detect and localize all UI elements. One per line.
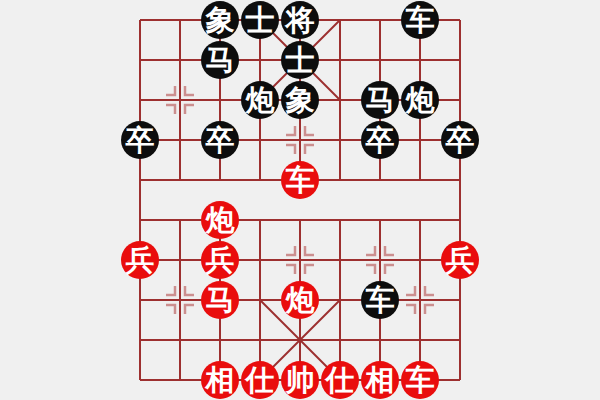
piece-red-soldier[interactable]: 兵 xyxy=(120,240,160,280)
black-horse-glyph: 马 xyxy=(361,81,399,119)
xiangqi-board: 象士将车马士炮象马炮卒卒卒卒车炮兵兵兵马炮车相仕帅仕相车 xyxy=(0,0,600,400)
red-advisor-glyph: 仕 xyxy=(321,361,359,399)
black-elephant-glyph: 象 xyxy=(281,81,319,119)
piece-black-soldier[interactable]: 卒 xyxy=(360,120,400,160)
xiangqi-screenshot: 象士将车马士炮象马炮卒卒卒卒车炮兵兵兵马炮车相仕帅仕相车 xyxy=(0,0,600,400)
black-soldier-glyph: 卒 xyxy=(201,121,239,159)
piece-black-soldier[interactable]: 卒 xyxy=(200,120,240,160)
piece-black-cannon[interactable]: 炮 xyxy=(400,80,440,120)
piece-black-soldier[interactable]: 卒 xyxy=(440,120,480,160)
piece-red-general[interactable]: 帅 xyxy=(280,360,320,400)
red-soldier-glyph: 兵 xyxy=(201,241,239,279)
red-elephant-glyph: 相 xyxy=(201,361,239,399)
black-chariot-glyph: 车 xyxy=(361,281,399,319)
red-chariot-glyph: 车 xyxy=(401,361,439,399)
piece-red-cannon[interactable]: 炮 xyxy=(200,200,240,240)
piece-red-elephant[interactable]: 相 xyxy=(360,360,400,400)
red-general-glyph: 帅 xyxy=(281,361,319,399)
piece-black-soldier[interactable]: 卒 xyxy=(120,120,160,160)
piece-red-advisor[interactable]: 仕 xyxy=(240,360,280,400)
pieces-layer: 象士将车马士炮象马炮卒卒卒卒车炮兵兵兵马炮车相仕帅仕相车 xyxy=(120,0,480,400)
red-chariot-glyph: 车 xyxy=(281,161,319,199)
piece-black-elephant[interactable]: 象 xyxy=(200,0,240,40)
red-cannon-glyph: 炮 xyxy=(281,281,319,319)
black-elephant-glyph: 象 xyxy=(201,1,239,39)
black-soldier-glyph: 卒 xyxy=(441,121,479,159)
black-chariot-glyph: 车 xyxy=(401,1,439,39)
red-soldier-glyph: 兵 xyxy=(441,241,479,279)
black-advisor-glyph: 士 xyxy=(241,1,279,39)
piece-black-general[interactable]: 将 xyxy=(280,0,320,40)
piece-red-advisor[interactable]: 仕 xyxy=(320,360,360,400)
piece-black-advisor[interactable]: 士 xyxy=(280,40,320,80)
black-cannon-glyph: 炮 xyxy=(401,81,439,119)
red-horse-glyph: 马 xyxy=(201,281,239,319)
black-soldier-glyph: 卒 xyxy=(361,121,399,159)
piece-red-chariot[interactable]: 车 xyxy=(280,160,320,200)
black-advisor-glyph: 士 xyxy=(281,41,319,79)
piece-red-soldier[interactable]: 兵 xyxy=(440,240,480,280)
piece-red-cannon[interactable]: 炮 xyxy=(280,280,320,320)
piece-red-elephant[interactable]: 相 xyxy=(200,360,240,400)
piece-red-horse[interactable]: 马 xyxy=(200,280,240,320)
piece-red-soldier[interactable]: 兵 xyxy=(200,240,240,280)
piece-black-horse[interactable]: 马 xyxy=(200,40,240,80)
piece-black-chariot[interactable]: 车 xyxy=(400,0,440,40)
piece-black-chariot[interactable]: 车 xyxy=(360,280,400,320)
red-soldier-glyph: 兵 xyxy=(121,241,159,279)
piece-red-chariot[interactable]: 车 xyxy=(400,360,440,400)
piece-black-advisor[interactable]: 士 xyxy=(240,0,280,40)
red-cannon-glyph: 炮 xyxy=(201,201,239,239)
piece-black-cannon[interactable]: 炮 xyxy=(240,80,280,120)
black-horse-glyph: 马 xyxy=(201,41,239,79)
piece-black-horse[interactable]: 马 xyxy=(360,80,400,120)
black-cannon-glyph: 炮 xyxy=(241,81,279,119)
red-elephant-glyph: 相 xyxy=(361,361,399,399)
black-general-glyph: 将 xyxy=(281,1,319,39)
piece-black-elephant[interactable]: 象 xyxy=(280,80,320,120)
red-advisor-glyph: 仕 xyxy=(241,361,279,399)
black-soldier-glyph: 卒 xyxy=(121,121,159,159)
